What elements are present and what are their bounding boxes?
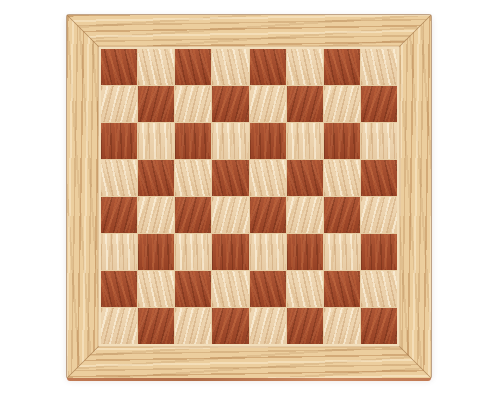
square-r3c8[interactable] <box>361 123 397 159</box>
square-r8c4[interactable] <box>212 308 248 344</box>
square-r4c1[interactable] <box>101 160 137 196</box>
square-r3c1[interactable] <box>101 123 137 159</box>
square-r4c7[interactable] <box>324 160 360 196</box>
square-r1c7[interactable] <box>324 49 360 85</box>
square-r6c8[interactable] <box>361 234 397 270</box>
square-r2c2[interactable] <box>138 86 174 122</box>
square-r3c2[interactable] <box>138 123 174 159</box>
square-r5c4[interactable] <box>212 197 248 233</box>
square-r8c8[interactable] <box>361 308 397 344</box>
square-r1c5[interactable] <box>250 49 286 85</box>
square-r1c8[interactable] <box>361 49 397 85</box>
board-grid <box>101 49 397 344</box>
square-r4c8[interactable] <box>361 160 397 196</box>
square-r6c4[interactable] <box>212 234 248 270</box>
square-r4c3[interactable] <box>175 160 211 196</box>
square-r8c5[interactable] <box>250 308 286 344</box>
board-frame-top <box>67 15 431 49</box>
square-r7c6[interactable] <box>287 271 323 307</box>
square-r7c7[interactable] <box>324 271 360 307</box>
square-r5c3[interactable] <box>175 197 211 233</box>
square-r5c5[interactable] <box>250 197 286 233</box>
square-r7c3[interactable] <box>175 271 211 307</box>
square-r1c4[interactable] <box>212 49 248 85</box>
square-r2c6[interactable] <box>287 86 323 122</box>
board-frame-right <box>397 15 431 378</box>
square-r8c1[interactable] <box>101 308 137 344</box>
photo-background <box>0 0 500 400</box>
square-r4c4[interactable] <box>212 160 248 196</box>
square-r1c1[interactable] <box>101 49 137 85</box>
square-r8c2[interactable] <box>138 308 174 344</box>
square-r8c6[interactable] <box>287 308 323 344</box>
square-r3c7[interactable] <box>324 123 360 159</box>
square-r1c2[interactable] <box>138 49 174 85</box>
square-r6c1[interactable] <box>101 234 137 270</box>
square-r6c3[interactable] <box>175 234 211 270</box>
square-r3c5[interactable] <box>250 123 286 159</box>
board-frame-bottom <box>67 344 431 378</box>
square-r7c2[interactable] <box>138 271 174 307</box>
square-r6c2[interactable] <box>138 234 174 270</box>
square-r4c6[interactable] <box>287 160 323 196</box>
square-r2c1[interactable] <box>101 86 137 122</box>
square-r6c7[interactable] <box>324 234 360 270</box>
square-r7c1[interactable] <box>101 271 137 307</box>
square-r8c7[interactable] <box>324 308 360 344</box>
square-r2c5[interactable] <box>250 86 286 122</box>
square-r5c7[interactable] <box>324 197 360 233</box>
board-frame-left <box>67 15 101 378</box>
square-r4c2[interactable] <box>138 160 174 196</box>
square-r5c2[interactable] <box>138 197 174 233</box>
square-r7c4[interactable] <box>212 271 248 307</box>
square-r3c6[interactable] <box>287 123 323 159</box>
square-r5c8[interactable] <box>361 197 397 233</box>
square-r6c6[interactable] <box>287 234 323 270</box>
square-r3c4[interactable] <box>212 123 248 159</box>
chess-board <box>67 15 431 378</box>
square-r7c5[interactable] <box>250 271 286 307</box>
square-r8c3[interactable] <box>175 308 211 344</box>
square-r5c1[interactable] <box>101 197 137 233</box>
square-r6c5[interactable] <box>250 234 286 270</box>
square-r2c8[interactable] <box>361 86 397 122</box>
square-r2c3[interactable] <box>175 86 211 122</box>
square-r2c7[interactable] <box>324 86 360 122</box>
square-r1c3[interactable] <box>175 49 211 85</box>
square-r5c6[interactable] <box>287 197 323 233</box>
square-r1c6[interactable] <box>287 49 323 85</box>
square-r7c8[interactable] <box>361 271 397 307</box>
square-r3c3[interactable] <box>175 123 211 159</box>
square-r4c5[interactable] <box>250 160 286 196</box>
square-r2c4[interactable] <box>212 86 248 122</box>
